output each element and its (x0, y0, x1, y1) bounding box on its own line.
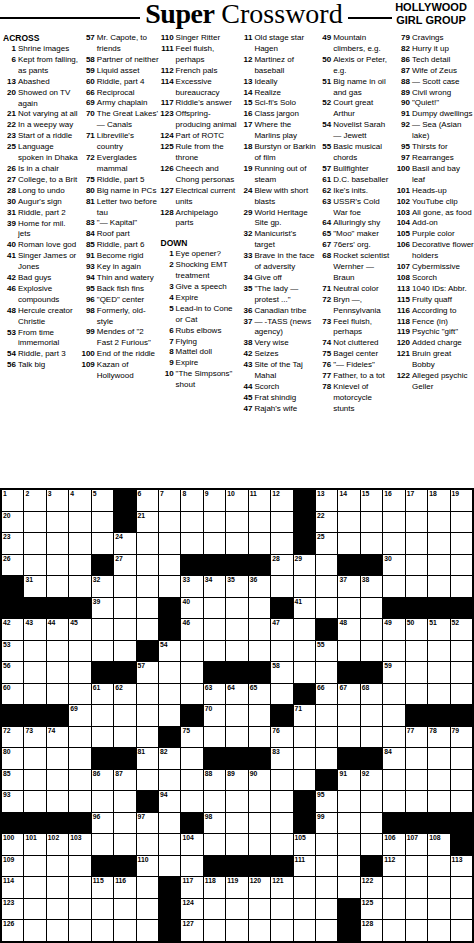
grid-cell[interactable] (47, 791, 68, 812)
grid-cell[interactable]: 84 (383, 748, 404, 769)
grid-cell[interactable]: 79 (451, 727, 472, 748)
grid-cell[interactable]: 67 (338, 684, 359, 705)
grid-cell[interactable] (271, 512, 292, 533)
grid-cell[interactable] (159, 705, 180, 726)
grid-cell[interactable] (47, 576, 68, 597)
grid-cell[interactable] (428, 856, 449, 877)
grid-cell[interactable]: 51 (428, 619, 449, 640)
grid-cell[interactable] (204, 619, 225, 640)
grid-cell[interactable]: 88 (204, 770, 225, 791)
grid-cell[interactable]: 53 (2, 641, 23, 662)
grid-cell[interactable] (338, 727, 359, 748)
grid-cell[interactable]: 89 (226, 770, 247, 791)
grid-cell[interactable] (428, 512, 449, 533)
grid-cell[interactable] (137, 705, 158, 726)
grid-cell[interactable]: 1 (2, 490, 23, 511)
grid-cell[interactable]: 119 (226, 877, 247, 898)
grid-cell[interactable] (294, 576, 315, 597)
grid-cell[interactable] (338, 813, 359, 834)
grid-cell[interactable] (271, 533, 292, 554)
grid-cell[interactable] (226, 641, 247, 662)
grid-cell[interactable] (383, 641, 404, 662)
grid-cell[interactable] (226, 834, 247, 855)
grid-cell[interactable]: 87 (114, 770, 135, 791)
grid-cell[interactable] (451, 770, 472, 791)
grid-cell[interactable]: 97 (137, 813, 158, 834)
grid-cell[interactable]: 45 (69, 619, 90, 640)
grid-cell[interactable] (69, 727, 90, 748)
grid-cell[interactable] (181, 641, 202, 662)
grid-cell[interactable]: 123 (2, 899, 23, 920)
grid-cell[interactable]: 62 (114, 684, 135, 705)
grid-cell[interactable] (226, 791, 247, 812)
grid-cell[interactable]: 116 (114, 877, 135, 898)
grid-cell[interactable] (24, 791, 45, 812)
grid-cell[interactable] (24, 684, 45, 705)
grid-cell[interactable]: 108 (428, 834, 449, 855)
grid-cell[interactable] (181, 662, 202, 683)
grid-cell[interactable]: 57 (137, 662, 158, 683)
grid-cell[interactable] (47, 512, 68, 533)
grid-cell[interactable]: 107 (406, 834, 427, 855)
grid-cell[interactable]: 36 (249, 576, 270, 597)
grid-cell[interactable]: 27 (114, 555, 135, 576)
grid-cell[interactable] (316, 576, 337, 597)
grid-cell[interactable]: 68 (361, 684, 382, 705)
grid-cell[interactable] (406, 576, 427, 597)
grid-cell[interactable]: 3 (47, 490, 68, 511)
grid-cell[interactable] (249, 920, 270, 941)
grid-cell[interactable]: 21 (137, 512, 158, 533)
grid-cell[interactable]: 12 (271, 490, 292, 511)
grid-cell[interactable] (271, 576, 292, 597)
grid-cell[interactable] (428, 877, 449, 898)
grid-cell[interactable]: 10 (226, 490, 247, 511)
grid-cell[interactable] (361, 727, 382, 748)
grid-cell[interactable]: 49 (383, 619, 404, 640)
grid-cell[interactable]: 14 (338, 490, 359, 511)
grid-cell[interactable] (316, 877, 337, 898)
grid-cell[interactable] (114, 576, 135, 597)
grid-cell[interactable] (137, 877, 158, 898)
grid-cell[interactable] (137, 555, 158, 576)
grid-cell[interactable] (383, 920, 404, 941)
grid-cell[interactable]: 65 (249, 684, 270, 705)
grid-cell[interactable]: 16 (383, 490, 404, 511)
grid-cell[interactable] (361, 533, 382, 554)
grid-cell[interactable] (361, 512, 382, 533)
grid-cell[interactable]: 28 (271, 555, 292, 576)
grid-cell[interactable] (47, 533, 68, 554)
grid-cell[interactable] (204, 512, 225, 533)
grid-cell[interactable] (69, 856, 90, 877)
grid-cell[interactable] (316, 920, 337, 941)
grid-cell[interactable] (159, 662, 180, 683)
grid-cell[interactable]: 66 (316, 684, 337, 705)
grid-cell[interactable] (92, 899, 113, 920)
grid-cell[interactable]: 25 (316, 533, 337, 554)
grid-cell[interactable] (69, 877, 90, 898)
grid-cell[interactable] (406, 512, 427, 533)
grid-cell[interactable] (114, 641, 135, 662)
grid-cell[interactable] (69, 641, 90, 662)
grid-cell[interactable] (226, 813, 247, 834)
grid-cell[interactable] (24, 899, 45, 920)
grid-cell[interactable] (92, 705, 113, 726)
grid-cell[interactable]: 117 (181, 877, 202, 898)
grid-cell[interactable] (24, 877, 45, 898)
grid-cell[interactable]: 13 (316, 490, 337, 511)
grid-cell[interactable] (181, 748, 202, 769)
grid-cell[interactable] (47, 770, 68, 791)
grid-cell[interactable] (114, 813, 135, 834)
grid-cell[interactable] (451, 662, 472, 683)
grid-cell[interactable] (316, 662, 337, 683)
grid-cell[interactable] (24, 770, 45, 791)
grid-cell[interactable] (137, 899, 158, 920)
grid-cell[interactable] (249, 813, 270, 834)
grid-cell[interactable]: 38 (361, 576, 382, 597)
grid-cell[interactable] (69, 555, 90, 576)
grid-cell[interactable]: 96 (92, 813, 113, 834)
grid-cell[interactable] (47, 641, 68, 662)
grid-cell[interactable] (451, 920, 472, 941)
grid-cell[interactable] (406, 641, 427, 662)
grid-cell[interactable] (428, 555, 449, 576)
grid-cell[interactable] (114, 598, 135, 619)
grid-cell[interactable] (137, 576, 158, 597)
grid-cell[interactable] (92, 727, 113, 748)
grid-cell[interactable] (69, 512, 90, 533)
grid-cell[interactable]: 94 (159, 791, 180, 812)
grid-cell[interactable] (428, 533, 449, 554)
grid-cell[interactable] (92, 834, 113, 855)
grid-cell[interactable] (181, 512, 202, 533)
grid-cell[interactable] (24, 856, 45, 877)
grid-cell[interactable]: 18 (428, 490, 449, 511)
grid-cell[interactable] (451, 512, 472, 533)
grid-cell[interactable] (159, 834, 180, 855)
grid-cell[interactable]: 64 (226, 684, 247, 705)
grid-cell[interactable] (451, 791, 472, 812)
grid-cell[interactable] (137, 834, 158, 855)
grid-cell[interactable] (47, 877, 68, 898)
grid-cell[interactable]: 56 (2, 662, 23, 683)
grid-cell[interactable] (361, 619, 382, 640)
grid-cell[interactable]: 124 (181, 899, 202, 920)
grid-cell[interactable]: 105 (294, 834, 315, 855)
grid-cell[interactable] (271, 834, 292, 855)
grid-cell[interactable] (383, 512, 404, 533)
grid-cell[interactable] (69, 576, 90, 597)
grid-cell[interactable] (69, 684, 90, 705)
grid-cell[interactable] (159, 533, 180, 554)
grid-cell[interactable] (271, 791, 292, 812)
grid-cell[interactable] (406, 856, 427, 877)
grid-cell[interactable]: 63 (204, 684, 225, 705)
grid-cell[interactable] (24, 662, 45, 683)
grid-cell[interactable] (271, 684, 292, 705)
grid-cell[interactable] (159, 770, 180, 791)
grid-cell[interactable] (383, 770, 404, 791)
grid-cell[interactable] (249, 512, 270, 533)
grid-cell[interactable] (294, 641, 315, 662)
grid-cell[interactable]: 30 (383, 555, 404, 576)
grid-cell[interactable]: 111 (294, 856, 315, 877)
grid-cell[interactable] (204, 533, 225, 554)
grid-cell[interactable] (249, 899, 270, 920)
grid-cell[interactable]: 7 (159, 490, 180, 511)
grid-cell[interactable]: 99 (316, 813, 337, 834)
grid-cell[interactable] (428, 684, 449, 705)
grid-cell[interactable] (204, 641, 225, 662)
grid-cell[interactable] (361, 641, 382, 662)
grid-cell[interactable] (137, 533, 158, 554)
grid-cell[interactable] (428, 770, 449, 791)
grid-cell[interactable]: 20 (2, 512, 23, 533)
grid-cell[interactable]: 109 (2, 856, 23, 877)
grid-cell[interactable] (428, 662, 449, 683)
grid-cell[interactable]: 85 (2, 770, 23, 791)
grid-cell[interactable] (406, 684, 427, 705)
grid-cell[interactable]: 78 (428, 727, 449, 748)
grid-cell[interactable] (24, 555, 45, 576)
grid-cell[interactable] (316, 856, 337, 877)
grid-cell[interactable]: 74 (47, 727, 68, 748)
grid-cell[interactable]: 101 (24, 834, 45, 855)
grid-cell[interactable]: 46 (181, 619, 202, 640)
grid-cell[interactable] (361, 813, 382, 834)
grid-cell[interactable] (181, 770, 202, 791)
grid-cell[interactable]: 32 (92, 576, 113, 597)
grid-cell[interactable]: 34 (204, 576, 225, 597)
grid-cell[interactable] (361, 598, 382, 619)
grid-cell[interactable] (249, 533, 270, 554)
grid-cell[interactable] (338, 834, 359, 855)
grid-cell[interactable] (451, 555, 472, 576)
grid-cell[interactable] (204, 899, 225, 920)
grid-cell[interactable]: 58 (271, 662, 292, 683)
grid-cell[interactable] (249, 619, 270, 640)
grid-cell[interactable] (47, 555, 68, 576)
grid-cell[interactable] (406, 791, 427, 812)
grid-cell[interactable]: 35 (226, 576, 247, 597)
grid-cell[interactable] (92, 533, 113, 554)
grid-cell[interactable]: 15 (361, 490, 382, 511)
grid-cell[interactable]: 29 (294, 555, 315, 576)
grid-cell[interactable] (383, 727, 404, 748)
grid-cell[interactable] (361, 791, 382, 812)
grid-cell[interactable] (451, 576, 472, 597)
grid-cell[interactable] (47, 899, 68, 920)
grid-cell[interactable] (114, 834, 135, 855)
grid-cell[interactable] (451, 641, 472, 662)
grid-cell[interactable] (294, 619, 315, 640)
grid-cell[interactable] (406, 555, 427, 576)
grid-cell[interactable] (137, 619, 158, 640)
grid-cell[interactable]: 120 (249, 877, 270, 898)
grid-cell[interactable]: 6 (137, 490, 158, 511)
grid-cell[interactable]: 55 (316, 641, 337, 662)
grid-cell[interactable] (316, 748, 337, 769)
grid-cell[interactable] (249, 641, 270, 662)
grid-cell[interactable] (181, 856, 202, 877)
grid-cell[interactable] (428, 791, 449, 812)
grid-cell[interactable] (137, 920, 158, 941)
grid-cell[interactable] (114, 899, 135, 920)
grid-cell[interactable] (271, 920, 292, 941)
grid-cell[interactable]: 80 (2, 748, 23, 769)
grid-cell[interactable] (338, 641, 359, 662)
grid-cell[interactable] (137, 727, 158, 748)
grid-cell[interactable]: 103 (69, 834, 90, 855)
grid-cell[interactable] (338, 598, 359, 619)
grid-cell[interactable]: 76 (271, 727, 292, 748)
grid-cell[interactable] (428, 748, 449, 769)
grid-cell[interactable] (406, 877, 427, 898)
grid-cell[interactable]: 39 (92, 598, 113, 619)
grid-cell[interactable]: 121 (271, 877, 292, 898)
grid-cell[interactable] (181, 533, 202, 554)
grid-cell[interactable]: 82 (159, 748, 180, 769)
grid-cell[interactable] (69, 791, 90, 812)
grid-cell[interactable] (181, 684, 202, 705)
grid-cell[interactable] (383, 791, 404, 812)
grid-cell[interactable] (316, 727, 337, 748)
grid-cell[interactable]: 81 (137, 748, 158, 769)
grid-cell[interactable]: 44 (47, 619, 68, 640)
grid-cell[interactable] (428, 920, 449, 941)
grid-cell[interactable] (383, 576, 404, 597)
grid-cell[interactable] (181, 791, 202, 812)
grid-cell[interactable]: 60 (2, 684, 23, 705)
grid-cell[interactable] (406, 533, 427, 554)
grid-cell[interactable] (383, 705, 404, 726)
grid-cell[interactable] (316, 705, 337, 726)
grid-cell[interactable] (451, 899, 472, 920)
grid-cell[interactable] (338, 512, 359, 533)
grid-cell[interactable] (294, 920, 315, 941)
grid-cell[interactable]: 73 (24, 727, 45, 748)
grid-cell[interactable]: 114 (2, 877, 23, 898)
grid-cell[interactable]: 100 (2, 834, 23, 855)
grid-cell[interactable] (451, 533, 472, 554)
grid-cell[interactable]: 2 (24, 490, 45, 511)
grid-cell[interactable] (226, 619, 247, 640)
grid-cell[interactable] (428, 641, 449, 662)
grid-cell[interactable] (338, 877, 359, 898)
grid-cell[interactable] (271, 770, 292, 791)
grid-cell[interactable] (383, 684, 404, 705)
grid-cell[interactable] (294, 662, 315, 683)
grid-cell[interactable] (226, 899, 247, 920)
grid-cell[interactable]: 48 (338, 619, 359, 640)
grid-cell[interactable]: 33 (181, 576, 202, 597)
grid-cell[interactable] (47, 856, 68, 877)
grid-cell[interactable]: 52 (451, 619, 472, 640)
grid-cell[interactable] (24, 748, 45, 769)
grid-cell[interactable]: 92 (361, 770, 382, 791)
grid-cell[interactable] (294, 727, 315, 748)
grid-cell[interactable]: 31 (24, 576, 45, 597)
grid-cell[interactable] (159, 576, 180, 597)
grid-cell[interactable]: 47 (271, 619, 292, 640)
grid-cell[interactable]: 75 (181, 727, 202, 748)
grid-cell[interactable]: 40 (181, 598, 202, 619)
grid-cell[interactable]: 77 (406, 727, 427, 748)
grid-cell[interactable] (92, 641, 113, 662)
grid-cell[interactable] (114, 705, 135, 726)
grid-cell[interactable]: 83 (271, 748, 292, 769)
grid-cell[interactable] (137, 684, 158, 705)
grid-cell[interactable]: 93 (2, 791, 23, 812)
grid-cell[interactable]: 112 (383, 856, 404, 877)
grid-cell[interactable] (204, 727, 225, 748)
grid-cell[interactable]: 26 (2, 555, 23, 576)
grid-cell[interactable] (406, 662, 427, 683)
grid-cell[interactable] (338, 533, 359, 554)
grid-cell[interactable]: 70 (204, 705, 225, 726)
grid-cell[interactable]: 61 (92, 684, 113, 705)
grid-cell[interactable] (451, 748, 472, 769)
grid-cell[interactable]: 110 (137, 856, 158, 877)
grid-cell[interactable]: 59 (383, 662, 404, 683)
grid-cell[interactable]: 41 (294, 598, 315, 619)
grid-cell[interactable] (451, 877, 472, 898)
grid-cell[interactable] (294, 770, 315, 791)
grid-cell[interactable] (316, 899, 337, 920)
grid-cell[interactable] (92, 619, 113, 640)
grid-cell[interactable] (47, 748, 68, 769)
grid-cell[interactable] (226, 705, 247, 726)
grid-cell[interactable] (428, 576, 449, 597)
grid-cell[interactable]: 17 (406, 490, 427, 511)
grid-cell[interactable]: 128 (361, 920, 382, 941)
grid-cell[interactable] (361, 705, 382, 726)
grid-cell[interactable] (69, 899, 90, 920)
grid-cell[interactable] (69, 920, 90, 941)
grid-cell[interactable] (226, 533, 247, 554)
grid-cell[interactable] (406, 748, 427, 769)
grid-cell[interactable] (114, 619, 135, 640)
grid-cell[interactable] (24, 533, 45, 554)
grid-cell[interactable]: 72 (2, 727, 23, 748)
grid-cell[interactable] (92, 791, 113, 812)
grid-cell[interactable]: 11 (249, 490, 270, 511)
grid-cell[interactable] (451, 684, 472, 705)
grid-cell[interactable] (316, 834, 337, 855)
grid-cell[interactable]: 106 (383, 834, 404, 855)
grid-cell[interactable] (114, 727, 135, 748)
grid-cell[interactable] (361, 834, 382, 855)
grid-cell[interactable] (249, 598, 270, 619)
grid-cell[interactable] (226, 727, 247, 748)
grid-cell[interactable] (24, 641, 45, 662)
grid-cell[interactable] (159, 684, 180, 705)
grid-cell[interactable] (249, 791, 270, 812)
grid-cell[interactable]: 91 (338, 770, 359, 791)
grid-cell[interactable]: 22 (316, 512, 337, 533)
grid-cell[interactable] (271, 641, 292, 662)
grid-cell[interactable]: 118 (204, 877, 225, 898)
grid-cell[interactable] (249, 727, 270, 748)
grid-cell[interactable]: 8 (181, 490, 202, 511)
grid-cell[interactable] (226, 598, 247, 619)
grid-cell[interactable] (114, 920, 135, 941)
grid-cell[interactable] (338, 791, 359, 812)
grid-cell[interactable]: 37 (338, 576, 359, 597)
grid-cell[interactable]: 50 (406, 619, 427, 640)
